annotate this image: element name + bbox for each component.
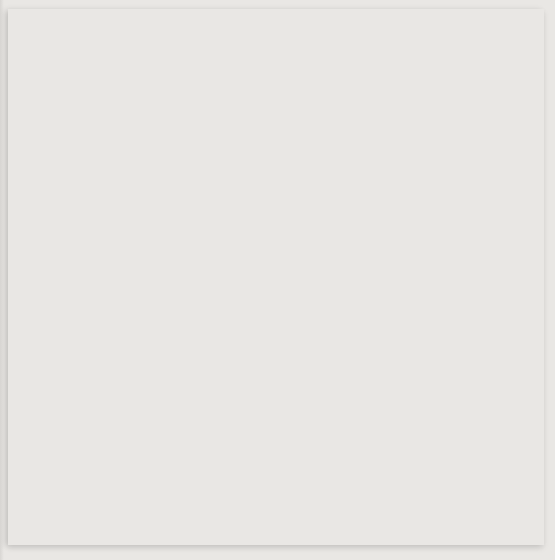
chess-board[interactable] — [8, 9, 544, 545]
page-background — [0, 0, 555, 560]
rank-labels — [544, 9, 555, 545]
file-labels — [8, 545, 544, 560]
